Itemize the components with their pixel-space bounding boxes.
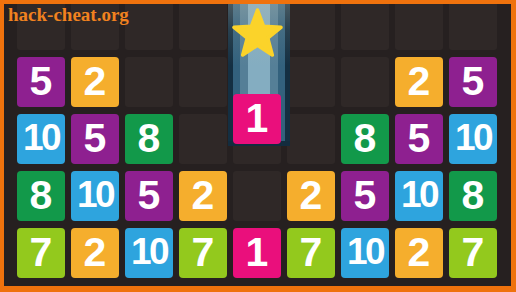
tile-5[interactable]: 5 [395, 114, 443, 164]
tile-8[interactable]: 8 [17, 171, 65, 221]
falling-tile: 1 [233, 94, 281, 144]
tile-10[interactable]: 10 [71, 171, 119, 221]
tile-10[interactable]: 10 [449, 114, 497, 164]
board-cell[interactable] [287, 0, 335, 50]
tile-8[interactable]: 8 [341, 114, 389, 164]
board-cell[interactable] [125, 0, 173, 50]
tile-10[interactable]: 10 [341, 228, 389, 278]
tile-2[interactable]: 2 [71, 228, 119, 278]
tile-8[interactable]: 8 [449, 171, 497, 221]
board-cell[interactable] [125, 57, 173, 107]
tile-2[interactable]: 2 [395, 228, 443, 278]
board-cell[interactable] [341, 0, 389, 50]
tile-8[interactable]: 8 [125, 114, 173, 164]
tile-5[interactable]: 5 [71, 114, 119, 164]
board-cell[interactable] [449, 0, 497, 50]
tile-2[interactable]: 2 [395, 57, 443, 107]
tile-7[interactable]: 7 [287, 228, 335, 278]
star-icon [230, 8, 285, 59]
board-cell[interactable] [287, 114, 335, 164]
board-cell[interactable] [179, 114, 227, 164]
tile-10[interactable]: 10 [17, 114, 65, 164]
tile-10[interactable]: 10 [395, 171, 443, 221]
tile-10[interactable]: 10 [125, 228, 173, 278]
tile-2[interactable]: 2 [71, 57, 119, 107]
tile-7[interactable]: 7 [179, 228, 227, 278]
board-cell[interactable] [233, 171, 281, 221]
tile-2[interactable]: 2 [179, 171, 227, 221]
tile-2[interactable]: 2 [287, 171, 335, 221]
board-cell[interactable] [287, 57, 335, 107]
board-cell[interactable] [395, 0, 443, 50]
tile-5[interactable]: 5 [449, 57, 497, 107]
tile-7[interactable]: 7 [17, 228, 65, 278]
watermark-text: hack-cheat.org [8, 4, 129, 26]
tile-7[interactable]: 7 [449, 228, 497, 278]
board-cell[interactable] [179, 57, 227, 107]
tile-5[interactable]: 5 [125, 171, 173, 221]
board-cell[interactable] [179, 0, 227, 50]
game-board: 5225105885108105225108721071710271 hack-… [0, 0, 516, 292]
board-cell[interactable] [341, 57, 389, 107]
tile-5[interactable]: 5 [17, 57, 65, 107]
tile-5[interactable]: 5 [341, 171, 389, 221]
tile-1[interactable]: 1 [233, 228, 281, 278]
